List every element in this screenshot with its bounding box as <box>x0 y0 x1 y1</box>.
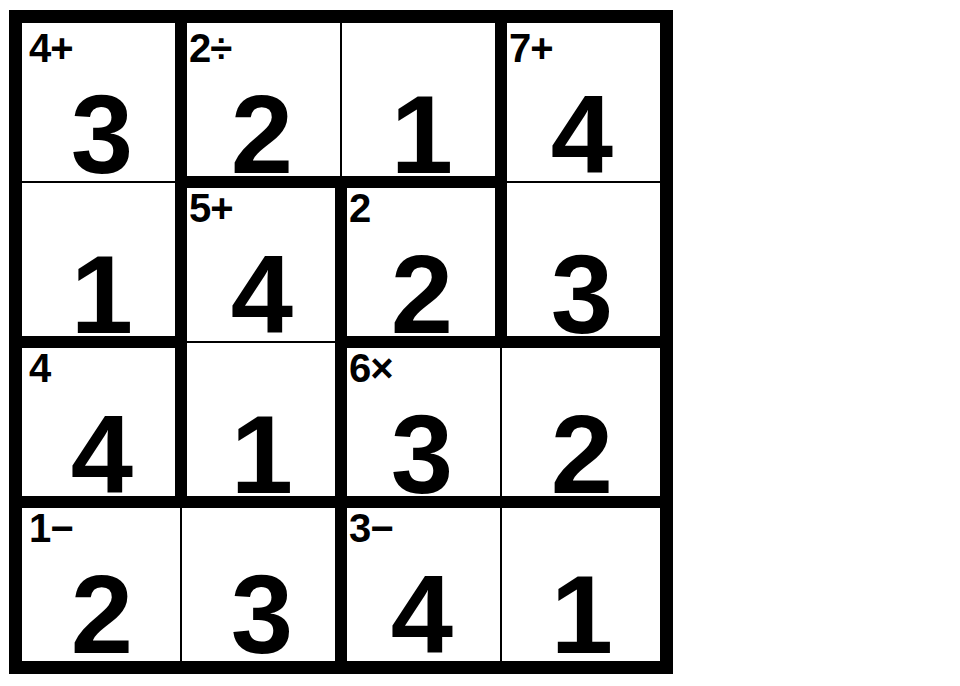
cell-r3c4[interactable]: 2 <box>501 342 661 502</box>
cell-value: 1 <box>342 79 500 191</box>
cell-r4c1[interactable]: 1−2 <box>21 502 181 662</box>
cell-value: 4 <box>342 559 500 671</box>
cage-clue: 5+ <box>189 188 233 228</box>
cell-value: 2 <box>22 559 180 671</box>
cell-r1c4[interactable]: 7+4 <box>501 22 661 182</box>
cell-value: 4 <box>502 79 660 191</box>
cage-clue: 2 <box>349 188 370 228</box>
cell-value: 2 <box>182 79 340 191</box>
cell-r2c3[interactable]: 22 <box>341 182 501 342</box>
cell-r1c2[interactable]: 2÷2 <box>181 22 341 182</box>
cell-r3c3[interactable]: 6×3 <box>341 342 501 502</box>
cell-value: 4 <box>22 399 180 511</box>
cell-r2c1[interactable]: 1 <box>21 182 181 342</box>
cell-r1c1[interactable]: 4+3 <box>21 22 181 182</box>
cell-value: 3 <box>182 559 340 671</box>
cage-clue: 3− <box>349 508 393 548</box>
cell-r4c4[interactable]: 1 <box>501 502 661 662</box>
cage-clue: 1− <box>29 508 73 548</box>
cell-value: 3 <box>342 399 500 511</box>
cell-r3c1[interactable]: 44 <box>21 342 181 502</box>
cage-clue: 6× <box>349 348 393 388</box>
cell-r2c2[interactable]: 5+4 <box>181 182 341 342</box>
cage-clue: 7+ <box>509 28 553 68</box>
cell-value: 1 <box>22 239 180 351</box>
cage-clue: 2÷ <box>189 28 231 68</box>
cell-r4c3[interactable]: 3−4 <box>341 502 501 662</box>
kenken-board: 4+32÷217+415+42234416×321−233−41 <box>9 10 673 674</box>
cell-value: 4 <box>182 239 340 351</box>
cell-value: 1 <box>182 399 340 511</box>
cell-r2c4[interactable]: 3 <box>501 182 661 342</box>
cage-clue: 4+ <box>29 28 73 68</box>
cell-value: 2 <box>502 399 660 511</box>
cell-r1c3[interactable]: 1 <box>341 22 501 182</box>
cage-clue: 4 <box>29 348 50 388</box>
cell-value: 2 <box>342 239 500 351</box>
cell-value: 3 <box>502 239 660 351</box>
cell-r3c2[interactable]: 1 <box>181 342 341 502</box>
cell-value: 3 <box>22 79 180 191</box>
cell-r4c2[interactable]: 3 <box>181 502 341 662</box>
cell-value: 1 <box>502 559 660 671</box>
